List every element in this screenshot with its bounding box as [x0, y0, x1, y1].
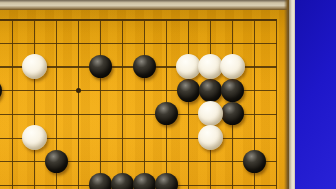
- broadcast-frame: [0, 0, 336, 189]
- black-stone-J13: [45, 150, 68, 173]
- black-stone-R15: [221, 102, 244, 125]
- grid-line-vertical-K: [78, 19, 79, 189]
- grid-line-vertical-G: [12, 19, 13, 189]
- black-stone-R16: [221, 79, 244, 102]
- white-stone-Q15: [198, 101, 223, 126]
- black-stone-M12: [111, 173, 134, 189]
- black-stone-L17: [89, 55, 112, 78]
- black-stone-O15: [155, 102, 178, 125]
- black-stone-N17: [133, 55, 156, 78]
- grid-line-vertical-M: [122, 19, 123, 189]
- grid-line-vertical-T: [276, 19, 277, 189]
- black-stone-S13: [243, 150, 266, 173]
- grid-line-vertical-L: [100, 19, 101, 189]
- white-stone-H17: [22, 54, 47, 79]
- star-point-K16: [76, 88, 81, 93]
- white-stone-Q17: [198, 54, 223, 79]
- grid-line-vertical-N: [144, 19, 145, 189]
- white-stone-R17: [220, 54, 245, 79]
- grid-line-horizontal-18: [0, 43, 277, 44]
- grid-line-vertical-P: [188, 19, 189, 189]
- black-stone-O12: [155, 173, 178, 189]
- grid-line-horizontal-19: [0, 19, 277, 21]
- white-stone-H14: [22, 125, 47, 150]
- black-stone-L12: [89, 173, 112, 189]
- white-stone-P17: [176, 54, 201, 79]
- white-stone-Q14: [198, 125, 223, 150]
- black-stone-Q16: [199, 79, 222, 102]
- black-stone-N12: [133, 173, 156, 189]
- go-board: [0, 9, 290, 189]
- black-stone-P16: [177, 79, 200, 102]
- grid-line-vertical-H: [34, 19, 35, 189]
- background-panel: [295, 0, 336, 189]
- grid-line-horizontal-13: [0, 161, 277, 162]
